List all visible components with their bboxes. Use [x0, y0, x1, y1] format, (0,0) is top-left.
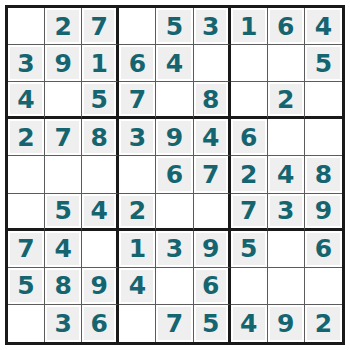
cell-r8c8[interactable]: [268, 268, 305, 305]
cell-r2c3: 1: [82, 45, 119, 82]
cell-r6c7: 7: [231, 194, 268, 231]
cell-r3c1: 4: [8, 82, 45, 119]
cell-r3c6: 8: [194, 82, 231, 119]
cell-r6c5[interactable]: [156, 194, 193, 231]
cell-r8c1: 5: [8, 268, 45, 305]
cell-r4c3: 8: [82, 119, 119, 156]
cell-r1c2: 2: [45, 8, 82, 45]
cell-r2c8[interactable]: [268, 45, 305, 82]
cell-r6c9: 9: [305, 194, 342, 231]
cell-r4c7: 6: [231, 119, 268, 156]
cell-r9c2: 3: [45, 305, 82, 342]
cell-r7c4: 1: [119, 231, 156, 268]
cell-r5c4[interactable]: [119, 156, 156, 193]
cell-r9c7: 4: [231, 305, 268, 342]
cell-r5c3[interactable]: [82, 156, 119, 193]
cell-r8c6: 6: [194, 268, 231, 305]
cell-r5c8: 4: [268, 156, 305, 193]
cell-r1c9: 4: [305, 8, 342, 45]
cell-r2c5: 4: [156, 45, 193, 82]
cell-r3c5[interactable]: [156, 82, 193, 119]
cell-r2c9: 5: [305, 45, 342, 82]
cell-r1c7: 1: [231, 8, 268, 45]
cell-r5c5: 6: [156, 156, 193, 193]
cell-r6c4: 2: [119, 194, 156, 231]
cell-r3c9[interactable]: [305, 82, 342, 119]
cell-r7c1: 7: [8, 231, 45, 268]
sudoku-page: 2753164391645457822783946672485427397413…: [0, 0, 350, 350]
cell-r9c8: 9: [268, 305, 305, 342]
cell-r9c6: 5: [194, 305, 231, 342]
cell-r1c6: 3: [194, 8, 231, 45]
cell-r5c9: 8: [305, 156, 342, 193]
cell-r4c9[interactable]: [305, 119, 342, 156]
cell-r2c4: 6: [119, 45, 156, 82]
cell-r1c1[interactable]: [8, 8, 45, 45]
cell-r6c1[interactable]: [8, 194, 45, 231]
cell-r6c2: 5: [45, 194, 82, 231]
cell-r7c7: 5: [231, 231, 268, 268]
cell-r6c8: 3: [268, 194, 305, 231]
cell-r1c3: 7: [82, 8, 119, 45]
cell-r9c4[interactable]: [119, 305, 156, 342]
sudoku-board: 2753164391645457822783946672485427397413…: [5, 5, 345, 345]
cell-r8c4: 4: [119, 268, 156, 305]
cell-r6c3: 4: [82, 194, 119, 231]
cell-r7c8[interactable]: [268, 231, 305, 268]
cell-r8c2: 8: [45, 268, 82, 305]
cell-r1c8: 6: [268, 8, 305, 45]
cell-r5c6: 7: [194, 156, 231, 193]
cell-r5c2[interactable]: [45, 156, 82, 193]
cell-r4c2: 7: [45, 119, 82, 156]
cell-r9c1[interactable]: [8, 305, 45, 342]
cell-r2c6[interactable]: [194, 45, 231, 82]
cell-r8c3: 9: [82, 268, 119, 305]
cell-r3c4: 7: [119, 82, 156, 119]
cell-r9c3: 6: [82, 305, 119, 342]
cell-r1c4[interactable]: [119, 8, 156, 45]
cell-r3c3: 5: [82, 82, 119, 119]
cell-r7c3[interactable]: [82, 231, 119, 268]
cell-r8c7[interactable]: [231, 268, 268, 305]
cell-r7c9: 6: [305, 231, 342, 268]
cell-r5c1[interactable]: [8, 156, 45, 193]
cell-r7c6: 9: [194, 231, 231, 268]
cell-r5c7: 2: [231, 156, 268, 193]
cell-r8c5[interactable]: [156, 268, 193, 305]
cell-r9c9: 2: [305, 305, 342, 342]
cell-r9c5: 7: [156, 305, 193, 342]
cell-r3c2[interactable]: [45, 82, 82, 119]
cell-r4c8[interactable]: [268, 119, 305, 156]
cell-r1c5: 5: [156, 8, 193, 45]
cell-r2c2: 9: [45, 45, 82, 82]
cell-r4c6: 4: [194, 119, 231, 156]
cell-r3c8: 2: [268, 82, 305, 119]
cell-r6c6[interactable]: [194, 194, 231, 231]
cell-r4c1: 2: [8, 119, 45, 156]
cell-r2c1: 3: [8, 45, 45, 82]
cell-r8c9[interactable]: [305, 268, 342, 305]
cell-r7c2: 4: [45, 231, 82, 268]
cell-r4c5: 9: [156, 119, 193, 156]
cell-r4c4: 3: [119, 119, 156, 156]
cell-r2c7[interactable]: [231, 45, 268, 82]
cell-r7c5: 3: [156, 231, 193, 268]
cell-r3c7[interactable]: [231, 82, 268, 119]
